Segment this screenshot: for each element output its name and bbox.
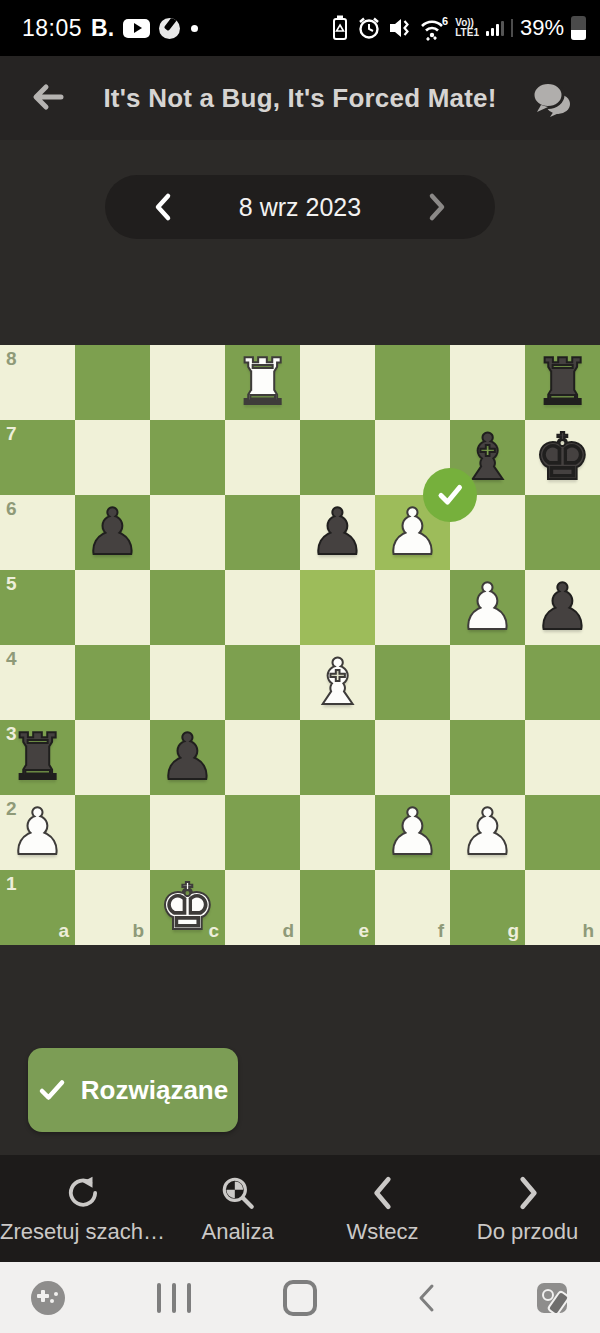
square-c3[interactable]: ♟ xyxy=(150,720,225,795)
battery-icon xyxy=(571,16,586,40)
square-g5[interactable]: ♟ xyxy=(450,570,525,645)
reset-puzzle-button[interactable]: Zresetuj szach… xyxy=(0,1155,165,1262)
reset-label: Zresetuj szach… xyxy=(0,1219,165,1245)
chevron-left-icon xyxy=(364,1173,402,1213)
keyboard-button[interactable] xyxy=(522,1268,582,1328)
square-h7[interactable]: ♚ xyxy=(525,420,600,495)
file-label-f: f xyxy=(438,920,444,942)
wifi-icon: 6 xyxy=(419,15,448,41)
square-a2[interactable]: 2♟ xyxy=(0,795,75,870)
black-pawn-b6[interactable]: ♟ xyxy=(75,495,150,570)
rank-label-4: 4 xyxy=(6,648,17,670)
white-rook-d8[interactable]: ♜ xyxy=(225,345,300,420)
notification-dot-icon xyxy=(191,25,198,32)
square-h5[interactable]: ♟ xyxy=(525,570,600,645)
square-b1[interactable]: b xyxy=(75,870,150,945)
media-app-icon xyxy=(159,18,180,39)
square-e4[interactable]: ♝ xyxy=(300,645,375,720)
square-h2[interactable] xyxy=(525,795,600,870)
black-king-h7[interactable]: ♚ xyxy=(525,420,600,495)
chevron-left-icon xyxy=(151,192,175,222)
back-label: Wstecz xyxy=(346,1219,418,1245)
white-pawn-f2[interactable]: ♟ xyxy=(375,795,450,870)
square-e6[interactable]: ♟ xyxy=(300,495,375,570)
chess-board[interactable]: 8♜♜7♝♚6♟♟♟5♟♟4♝3♜♟2♟♟♟1abc♚defgh xyxy=(0,345,600,945)
black-pawn-h5[interactable]: ♟ xyxy=(525,570,600,645)
square-d2[interactable] xyxy=(225,795,300,870)
square-f4[interactable] xyxy=(375,645,450,720)
square-b2[interactable] xyxy=(75,795,150,870)
black-pawn-c3[interactable]: ♟ xyxy=(150,720,225,795)
phone-screen: 18:05 B. xyxy=(0,0,600,1333)
white-pawn-g2[interactable]: ♟ xyxy=(450,795,525,870)
chevron-right-icon xyxy=(509,1173,547,1213)
white-bishop-e4[interactable]: ♝ xyxy=(300,645,375,720)
date-selector[interactable]: 8 wrz 2023 xyxy=(105,175,495,239)
square-e7[interactable] xyxy=(300,420,375,495)
notification-b-icon: B. xyxy=(91,15,114,42)
square-f8[interactable] xyxy=(375,345,450,420)
solved-label: Rozwiązane xyxy=(81,1075,228,1106)
square-f1[interactable]: f xyxy=(375,870,450,945)
volte-indicator: Vo)) LTE1 xyxy=(455,18,479,38)
square-e5[interactable] xyxy=(300,570,375,645)
rank-label-6: 6 xyxy=(6,498,17,520)
analysis-label: Analiza xyxy=(201,1219,273,1245)
check-icon xyxy=(435,482,465,508)
keyboard-icon xyxy=(537,1283,567,1313)
solved-button[interactable]: Rozwiązane xyxy=(28,1048,238,1132)
square-b8[interactable] xyxy=(75,345,150,420)
square-d3[interactable] xyxy=(225,720,300,795)
square-h4[interactable] xyxy=(525,645,600,720)
home-icon xyxy=(283,1280,317,1316)
app-header: It's Not a Bug, It's Forced Mate! xyxy=(0,56,600,140)
check-icon xyxy=(38,1078,66,1102)
analysis-icon xyxy=(219,1173,257,1213)
reset-icon xyxy=(64,1173,102,1213)
file-label-g: g xyxy=(507,920,519,942)
square-a1[interactable]: 1a xyxy=(0,870,75,945)
chat-bubbles-icon xyxy=(528,78,576,120)
puzzle-toolbar: Zresetuj szach… Analiza Wstecz xyxy=(0,1155,600,1262)
status-divider xyxy=(511,19,513,37)
white-king-c1[interactable]: ♚ xyxy=(150,870,225,945)
square-g8[interactable] xyxy=(450,345,525,420)
black-rook-h8[interactable]: ♜ xyxy=(525,345,600,420)
square-d4[interactable] xyxy=(225,645,300,720)
white-pawn-a2[interactable]: ♟ xyxy=(0,795,75,870)
file-label-h: h xyxy=(582,920,594,942)
square-d8[interactable]: ♜ xyxy=(225,345,300,420)
file-label-e: e xyxy=(358,920,369,942)
square-h1[interactable]: h xyxy=(525,870,600,945)
step-back-button[interactable]: Wstecz xyxy=(310,1155,455,1262)
square-c7[interactable] xyxy=(150,420,225,495)
rank-label-5: 5 xyxy=(6,573,17,595)
comments-button[interactable] xyxy=(526,76,578,122)
android-nav-bar xyxy=(0,1262,600,1333)
battery-saver-icon xyxy=(330,15,350,41)
square-e3[interactable] xyxy=(300,720,375,795)
recents-icon xyxy=(157,1283,191,1313)
gamepad-icon xyxy=(31,1281,65,1315)
game-tools-button[interactable] xyxy=(18,1268,78,1328)
square-d7[interactable] xyxy=(225,420,300,495)
square-f2[interactable]: ♟ xyxy=(375,795,450,870)
square-c5[interactable] xyxy=(150,570,225,645)
recents-button[interactable] xyxy=(144,1268,204,1328)
next-day-button[interactable] xyxy=(419,189,455,225)
square-h6[interactable] xyxy=(525,495,600,570)
square-a4[interactable]: 4 xyxy=(0,645,75,720)
square-b7[interactable] xyxy=(75,420,150,495)
square-b4[interactable] xyxy=(75,645,150,720)
file-label-a: a xyxy=(58,920,69,942)
vibrate-mute-icon xyxy=(388,15,412,41)
file-label-b: b xyxy=(132,920,144,942)
square-h8[interactable]: ♜ xyxy=(525,345,600,420)
square-d6[interactable] xyxy=(225,495,300,570)
square-e2[interactable] xyxy=(300,795,375,870)
nav-back-button[interactable] xyxy=(396,1268,456,1328)
home-button[interactable] xyxy=(270,1268,330,1328)
square-b5[interactable] xyxy=(75,570,150,645)
nav-back-icon xyxy=(413,1282,439,1314)
square-a6[interactable]: 6 xyxy=(0,495,75,570)
square-a3[interactable]: 3♜ xyxy=(0,720,75,795)
page-title: It's Not a Bug, It's Forced Mate! xyxy=(60,83,540,114)
square-b3[interactable] xyxy=(75,720,150,795)
alarm-clock-icon xyxy=(357,15,381,41)
clock-text: 18:05 xyxy=(22,15,82,42)
rank-label-7: 7 xyxy=(6,423,17,445)
square-g1[interactable]: g xyxy=(450,870,525,945)
square-d5[interactable] xyxy=(225,570,300,645)
previous-day-button[interactable] xyxy=(145,189,181,225)
square-c2[interactable] xyxy=(150,795,225,870)
date-label: 8 wrz 2023 xyxy=(239,193,361,222)
square-f5[interactable] xyxy=(375,570,450,645)
square-b6[interactable]: ♟ xyxy=(75,495,150,570)
square-g3[interactable] xyxy=(450,720,525,795)
square-c4[interactable] xyxy=(150,645,225,720)
square-a5[interactable]: 5 xyxy=(0,570,75,645)
square-c1[interactable]: c♚ xyxy=(150,870,225,945)
square-c8[interactable] xyxy=(150,345,225,420)
battery-percent-text: 39% xyxy=(520,15,564,41)
forward-label: Do przodu xyxy=(477,1219,579,1245)
square-f3[interactable] xyxy=(375,720,450,795)
square-g4[interactable] xyxy=(450,645,525,720)
square-a8[interactable]: 8 xyxy=(0,345,75,420)
chevron-right-icon xyxy=(425,192,449,222)
square-a7[interactable]: 7 xyxy=(0,420,75,495)
rank-label-1: 1 xyxy=(6,873,17,895)
square-e1[interactable]: e xyxy=(300,870,375,945)
black-pawn-e6[interactable]: ♟ xyxy=(300,495,375,570)
file-label-d: d xyxy=(282,920,294,942)
square-g2[interactable]: ♟ xyxy=(450,795,525,870)
square-c6[interactable] xyxy=(150,495,225,570)
rank-label-8: 8 xyxy=(6,348,17,370)
white-pawn-g5[interactable]: ♟ xyxy=(450,570,525,645)
status-bar: 18:05 B. xyxy=(0,0,600,56)
square-e8[interactable] xyxy=(300,345,375,420)
square-d1[interactable]: d xyxy=(225,870,300,945)
black-rook-a3[interactable]: ♜ xyxy=(0,720,75,795)
correct-move-badge xyxy=(423,468,477,522)
signal-strength-icon xyxy=(486,20,504,36)
step-forward-button[interactable]: Do przodu xyxy=(455,1155,600,1262)
square-h3[interactable] xyxy=(525,720,600,795)
youtube-icon xyxy=(123,19,150,38)
analysis-button[interactable]: Analiza xyxy=(165,1155,310,1262)
